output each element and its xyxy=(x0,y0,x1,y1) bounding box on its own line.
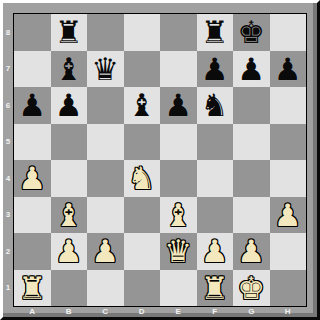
square-e7[interactable] xyxy=(160,51,197,88)
square-f2[interactable]: ♟ xyxy=(197,233,234,270)
square-e2[interactable]: ♛ xyxy=(160,233,197,270)
square-g4[interactable] xyxy=(233,160,270,197)
piece-white-queen-e2[interactable]: ♛ xyxy=(164,233,192,270)
square-a6[interactable]: ♟ xyxy=(14,87,51,124)
piece-white-pawn-g2[interactable]: ♟ xyxy=(237,233,265,270)
square-h2[interactable] xyxy=(270,233,307,270)
square-c1[interactable] xyxy=(87,270,124,307)
square-h7[interactable]: ♟ xyxy=(270,51,307,88)
piece-white-king-g1[interactable]: ♚ xyxy=(237,270,265,307)
piece-black-bishop-d6[interactable]: ♝ xyxy=(128,87,156,124)
square-a8[interactable] xyxy=(14,14,51,51)
square-e8[interactable] xyxy=(160,14,197,51)
square-h5[interactable] xyxy=(270,124,307,161)
square-b5[interactable] xyxy=(51,124,88,161)
piece-black-pawn-e6[interactable]: ♟ xyxy=(164,87,192,124)
rank-label-3: 3 xyxy=(3,197,13,234)
piece-black-pawn-h7[interactable]: ♟ xyxy=(274,51,302,88)
piece-white-rook-f1[interactable]: ♜ xyxy=(201,270,229,307)
piece-black-pawn-g7[interactable]: ♟ xyxy=(237,51,265,88)
square-b3[interactable]: ♝ xyxy=(51,197,88,234)
rank-label-1: 1 xyxy=(3,270,13,307)
piece-white-pawn-h3[interactable]: ♟ xyxy=(274,197,302,234)
square-d1[interactable] xyxy=(124,270,161,307)
piece-black-pawn-b6[interactable]: ♟ xyxy=(55,87,83,124)
piece-black-rook-f8[interactable]: ♜ xyxy=(201,14,229,51)
rank-label-2: 2 xyxy=(3,233,13,270)
square-c3[interactable] xyxy=(87,197,124,234)
square-c2[interactable]: ♟ xyxy=(87,233,124,270)
rank-label-4: 4 xyxy=(3,160,13,197)
square-c6[interactable] xyxy=(87,87,124,124)
square-c8[interactable] xyxy=(87,14,124,51)
piece-white-pawn-b2[interactable]: ♟ xyxy=(55,233,83,270)
piece-white-knight-d4[interactable]: ♞ xyxy=(128,160,156,197)
square-e3[interactable]: ♝ xyxy=(160,197,197,234)
rank-label-6: 6 xyxy=(3,87,13,124)
square-d7[interactable] xyxy=(124,51,161,88)
square-a1[interactable]: ♜ xyxy=(14,270,51,307)
piece-black-bishop-b7[interactable]: ♝ xyxy=(55,51,83,88)
file-label-e: E xyxy=(160,306,197,316)
square-e1[interactable] xyxy=(160,270,197,307)
square-f7[interactable]: ♟ xyxy=(197,51,234,88)
square-d3[interactable] xyxy=(124,197,161,234)
file-label-a: A xyxy=(14,306,51,316)
piece-white-rook-a1[interactable]: ♜ xyxy=(18,270,46,307)
square-b7[interactable]: ♝ xyxy=(51,51,88,88)
file-label-b: B xyxy=(51,306,88,316)
square-h8[interactable] xyxy=(270,14,307,51)
square-b8[interactable]: ♜ xyxy=(51,14,88,51)
square-d2[interactable] xyxy=(124,233,161,270)
square-b4[interactable] xyxy=(51,160,88,197)
rank-labels: 87654321 xyxy=(3,14,13,306)
square-g7[interactable]: ♟ xyxy=(233,51,270,88)
square-f3[interactable] xyxy=(197,197,234,234)
square-g3[interactable] xyxy=(233,197,270,234)
square-f1[interactable]: ♜ xyxy=(197,270,234,307)
square-f5[interactable] xyxy=(197,124,234,161)
piece-black-pawn-a6[interactable]: ♟ xyxy=(18,87,46,124)
square-h1[interactable] xyxy=(270,270,307,307)
square-e6[interactable]: ♟ xyxy=(160,87,197,124)
square-c5[interactable] xyxy=(87,124,124,161)
chess-board-panel: 87654321 ABCDEFGH ♜♜♚♝♛♟♟♟♟♟♝♟♞♟♞♝♝♟♟♟♛♟… xyxy=(0,0,320,320)
square-e4[interactable] xyxy=(160,160,197,197)
piece-black-queen-c7[interactable]: ♛ xyxy=(91,51,119,88)
square-c4[interactable] xyxy=(87,160,124,197)
square-f8[interactable]: ♜ xyxy=(197,14,234,51)
file-label-d: D xyxy=(124,306,161,316)
file-label-c: C xyxy=(87,306,124,316)
piece-white-bishop-e3[interactable]: ♝ xyxy=(164,197,192,234)
piece-white-pawn-f2[interactable]: ♟ xyxy=(201,233,229,270)
square-g6[interactable] xyxy=(233,87,270,124)
board: ♜♜♚♝♛♟♟♟♟♟♝♟♞♟♞♝♝♟♟♟♛♟♟♜♜♚ xyxy=(13,13,307,307)
square-h4[interactable] xyxy=(270,160,307,197)
piece-black-king-g8[interactable]: ♚ xyxy=(237,14,265,51)
piece-white-pawn-a4[interactable]: ♟ xyxy=(18,160,46,197)
square-c7[interactable]: ♛ xyxy=(87,51,124,88)
piece-black-pawn-f7[interactable]: ♟ xyxy=(201,51,229,88)
square-a4[interactable]: ♟ xyxy=(14,160,51,197)
square-d8[interactable] xyxy=(124,14,161,51)
rank-label-8: 8 xyxy=(3,14,13,51)
square-e5[interactable] xyxy=(160,124,197,161)
square-g1[interactable]: ♚ xyxy=(233,270,270,307)
square-d5[interactable] xyxy=(124,124,161,161)
file-label-f: F xyxy=(197,306,234,316)
square-d4[interactable]: ♞ xyxy=(124,160,161,197)
square-b1[interactable] xyxy=(51,270,88,307)
square-a7[interactable] xyxy=(14,51,51,88)
square-g8[interactable]: ♚ xyxy=(233,14,270,51)
square-b2[interactable]: ♟ xyxy=(51,233,88,270)
piece-black-knight-f6[interactable]: ♞ xyxy=(201,87,229,124)
square-h3[interactable]: ♟ xyxy=(270,197,307,234)
square-a3[interactable] xyxy=(14,197,51,234)
square-a5[interactable] xyxy=(14,124,51,161)
rank-label-7: 7 xyxy=(3,51,13,88)
rank-label-5: 5 xyxy=(3,124,13,161)
square-g5[interactable] xyxy=(233,124,270,161)
square-b6[interactable]: ♟ xyxy=(51,87,88,124)
file-labels: ABCDEFGH xyxy=(14,306,306,316)
square-a2[interactable] xyxy=(14,233,51,270)
square-f4[interactable] xyxy=(197,160,234,197)
piece-white-bishop-b3[interactable]: ♝ xyxy=(55,197,83,234)
square-h6[interactable] xyxy=(270,87,307,124)
file-label-h: H xyxy=(270,306,307,316)
piece-white-pawn-c2[interactable]: ♟ xyxy=(91,233,119,270)
square-g2[interactable]: ♟ xyxy=(233,233,270,270)
file-label-g: G xyxy=(233,306,270,316)
piece-black-rook-b8[interactable]: ♜ xyxy=(55,14,83,51)
square-d6[interactable]: ♝ xyxy=(124,87,161,124)
square-f6[interactable]: ♞ xyxy=(197,87,234,124)
